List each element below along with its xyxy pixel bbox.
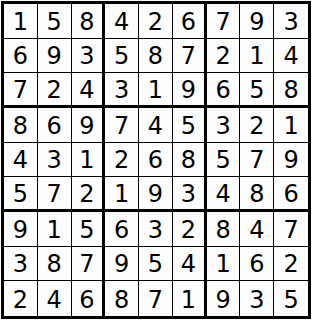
- sudoku-cell-r9c8[interactable]: 3: [240, 281, 274, 316]
- sudoku-cell-r9c1[interactable]: 2: [4, 281, 38, 316]
- cell-digit: 4: [13, 148, 28, 172]
- cell-digit: 8: [249, 182, 264, 206]
- cell-digit: 5: [148, 252, 163, 276]
- cell-digit: 7: [79, 252, 94, 276]
- cell-digit: 6: [181, 10, 196, 34]
- sudoku-cell-r4c5[interactable]: 4: [139, 108, 173, 143]
- sudoku-cell-r5c4[interactable]: 2: [105, 143, 139, 178]
- cell-digit: 3: [249, 288, 264, 312]
- cell-digit: 4: [181, 252, 196, 276]
- cell-digit: 1: [79, 148, 94, 172]
- cell-digit: 3: [114, 78, 129, 102]
- cell-digit: 1: [181, 288, 196, 312]
- sudoku-cell-r4c9[interactable]: 1: [274, 108, 308, 143]
- cell-digit: 4: [148, 114, 163, 138]
- cell-digit: 9: [148, 182, 163, 206]
- sudoku-cell-r6c5[interactable]: 9: [139, 177, 173, 212]
- cell-digit: 4: [215, 182, 230, 206]
- sudoku-cell-r8c3[interactable]: 7: [72, 247, 106, 282]
- cell-digit: 8: [283, 78, 298, 102]
- cell-digit: 7: [249, 148, 264, 172]
- cell-digit: 7: [13, 78, 28, 102]
- sudoku-cell-r2c8[interactable]: 1: [240, 39, 274, 74]
- sudoku-cell-r6c7[interactable]: 4: [207, 177, 241, 212]
- sudoku-page: 1584267936935872147243196588697453214312…: [0, 0, 312, 320]
- cell-digit: 5: [79, 218, 94, 242]
- sudoku-cell-r9c7[interactable]: 9: [207, 281, 241, 316]
- sudoku-cell-r6c3[interactable]: 2: [72, 177, 106, 212]
- cell-digit: 7: [215, 10, 230, 34]
- cell-digit: 8: [47, 252, 62, 276]
- cell-digit: 1: [148, 78, 163, 102]
- cell-digit: 3: [283, 10, 298, 34]
- cell-digit: 2: [215, 44, 230, 68]
- cell-digit: 6: [215, 78, 230, 102]
- sudoku-cell-r4c2[interactable]: 6: [38, 108, 72, 143]
- cell-digit: 6: [79, 288, 94, 312]
- cell-digit: 1: [283, 114, 298, 138]
- sudoku-cell-r2c9[interactable]: 4: [274, 39, 308, 74]
- sudoku-cell-r8c6[interactable]: 4: [173, 247, 207, 282]
- cell-digit: 2: [181, 218, 196, 242]
- cell-digit: 2: [13, 288, 28, 312]
- cell-digit: 6: [148, 148, 163, 172]
- cell-digit: 8: [148, 44, 163, 68]
- sudoku-cell-r8c7[interactable]: 1: [207, 247, 241, 282]
- cell-digit: 2: [114, 148, 129, 172]
- cell-digit: 4: [47, 288, 62, 312]
- sudoku-cell-r9c5[interactable]: 7: [139, 281, 173, 316]
- sudoku-cell-r1c9[interactable]: 3: [274, 4, 308, 39]
- sudoku-cell-r1c3[interactable]: 8: [72, 4, 106, 39]
- sudoku-cell-r4c3[interactable]: 9: [72, 108, 106, 143]
- sudoku-cell-r1c2[interactable]: 5: [38, 4, 72, 39]
- cell-digit: 5: [181, 114, 196, 138]
- cell-digit: 2: [47, 78, 62, 102]
- cell-digit: 5: [215, 148, 230, 172]
- sudoku-cell-r4c1[interactable]: 8: [4, 108, 38, 143]
- cell-digit: 2: [283, 252, 298, 276]
- sudoku-cell-r3c4[interactable]: 3: [105, 73, 139, 108]
- sudoku-cell-r3c5[interactable]: 1: [139, 73, 173, 108]
- cell-digit: 9: [181, 78, 196, 102]
- cell-digit: 7: [148, 288, 163, 312]
- sudoku-cell-r2c7[interactable]: 2: [207, 39, 241, 74]
- sudoku-cell-r6c4[interactable]: 1: [105, 177, 139, 212]
- sudoku-board: 1584267936935872147243196588697453214312…: [1, 1, 311, 319]
- sudoku-cell-r9c4[interactable]: 8: [105, 281, 139, 316]
- cell-digit: 9: [47, 44, 62, 68]
- cell-digit: 6: [114, 218, 129, 242]
- cell-digit: 8: [79, 10, 94, 34]
- sudoku-cell-r7c4[interactable]: 6: [105, 212, 139, 247]
- sudoku-cell-r8c5[interactable]: 5: [139, 247, 173, 282]
- cell-digit: 9: [79, 114, 94, 138]
- sudoku-cell-r2c1[interactable]: 6: [4, 39, 38, 74]
- sudoku-cell-r4c8[interactable]: 2: [240, 108, 274, 143]
- sudoku-cell-r9c3[interactable]: 6: [72, 281, 106, 316]
- sudoku-cell-r2c3[interactable]: 3: [72, 39, 106, 74]
- cell-digit: 9: [283, 148, 298, 172]
- cell-digit: 6: [13, 44, 28, 68]
- sudoku-cell-r5c1[interactable]: 4: [4, 143, 38, 178]
- sudoku-cell-r3c9[interactable]: 8: [274, 73, 308, 108]
- sudoku-cell-r2c2[interactable]: 9: [38, 39, 72, 74]
- sudoku-cell-r6c6[interactable]: 3: [173, 177, 207, 212]
- cell-digit: 3: [181, 182, 196, 206]
- cell-digit: 4: [283, 44, 298, 68]
- sudoku-cell-r7c3[interactable]: 5: [72, 212, 106, 247]
- cell-digit: 7: [181, 44, 196, 68]
- sudoku-cell-r3c7[interactable]: 6: [207, 73, 241, 108]
- cell-digit: 1: [215, 252, 230, 276]
- cell-digit: 7: [283, 218, 298, 242]
- cell-digit: 7: [114, 114, 129, 138]
- sudoku-cell-r7c2[interactable]: 1: [38, 212, 72, 247]
- sudoku-cell-r5c9[interactable]: 9: [274, 143, 308, 178]
- sudoku-cell-r6c1[interactable]: 5: [4, 177, 38, 212]
- cell-digit: 3: [148, 218, 163, 242]
- sudoku-cell-r5c8[interactable]: 7: [240, 143, 274, 178]
- sudoku-cell-r1c1[interactable]: 1: [4, 4, 38, 39]
- sudoku-cell-r9c6[interactable]: 1: [173, 281, 207, 316]
- cell-digit: 3: [79, 44, 94, 68]
- cell-digit: 7: [47, 182, 62, 206]
- sudoku-cell-r2c5[interactable]: 8: [139, 39, 173, 74]
- cell-digit: 5: [114, 44, 129, 68]
- sudoku-cell-r5c6[interactable]: 8: [173, 143, 207, 178]
- cell-digit: 1: [47, 218, 62, 242]
- sudoku-cell-r1c8[interactable]: 9: [240, 4, 274, 39]
- sudoku-cell-r7c7[interactable]: 8: [207, 212, 241, 247]
- cell-digit: 8: [181, 148, 196, 172]
- cell-digit: 3: [47, 148, 62, 172]
- cell-digit: 4: [79, 78, 94, 102]
- sudoku-cell-r8c8[interactable]: 6: [240, 247, 274, 282]
- sudoku-cell-r6c8[interactable]: 8: [240, 177, 274, 212]
- cell-digit: 1: [249, 44, 264, 68]
- sudoku-cell-r2c6[interactable]: 7: [173, 39, 207, 74]
- sudoku-cell-r5c7[interactable]: 5: [207, 143, 241, 178]
- sudoku-cell-r1c4[interactable]: 4: [105, 4, 139, 39]
- cell-digit: 8: [215, 218, 230, 242]
- sudoku-cell-r1c5[interactable]: 2: [139, 4, 173, 39]
- sudoku-cell-r1c7[interactable]: 7: [207, 4, 241, 39]
- cell-digit: 5: [13, 182, 28, 206]
- sudoku-cell-r8c1[interactable]: 3: [4, 247, 38, 282]
- cell-digit: 6: [47, 114, 62, 138]
- cell-digit: 9: [215, 288, 230, 312]
- cell-digit: 6: [283, 182, 298, 206]
- sudoku-cell-r3c8[interactable]: 5: [240, 73, 274, 108]
- sudoku-cell-r7c9[interactable]: 7: [274, 212, 308, 247]
- sudoku-cell-r9c9[interactable]: 5: [274, 281, 308, 316]
- cell-digit: 6: [249, 252, 264, 276]
- cell-digit: 5: [249, 78, 264, 102]
- cell-digit: 1: [114, 182, 129, 206]
- sudoku-cell-r8c9[interactable]: 2: [274, 247, 308, 282]
- cell-digit: 4: [249, 218, 264, 242]
- cell-digit: 2: [249, 114, 264, 138]
- sudoku-cell-r4c4[interactable]: 7: [105, 108, 139, 143]
- cell-digit: 9: [114, 252, 129, 276]
- sudoku-cell-r3c1[interactable]: 7: [4, 73, 38, 108]
- sudoku-cell-r6c2[interactable]: 7: [38, 177, 72, 212]
- sudoku-cell-r7c5[interactable]: 3: [139, 212, 173, 247]
- sudoku-cell-r4c7[interactable]: 3: [207, 108, 241, 143]
- sudoku-cell-r7c1[interactable]: 9: [4, 212, 38, 247]
- sudoku-cell-r5c3[interactable]: 1: [72, 143, 106, 178]
- sudoku-cell-r9c2[interactable]: 4: [38, 281, 72, 316]
- cell-digit: 5: [47, 10, 62, 34]
- sudoku-cell-r8c4[interactable]: 9: [105, 247, 139, 282]
- sudoku-cell-r3c6[interactable]: 9: [173, 73, 207, 108]
- sudoku-cell-r2c4[interactable]: 5: [105, 39, 139, 74]
- sudoku-cell-r1c6[interactable]: 6: [173, 4, 207, 39]
- sudoku-cell-r6c9[interactable]: 6: [274, 177, 308, 212]
- cell-digit: 3: [13, 252, 28, 276]
- sudoku-cell-r5c2[interactable]: 3: [38, 143, 72, 178]
- cell-digit: 2: [79, 182, 94, 206]
- sudoku-cell-r8c2[interactable]: 8: [38, 247, 72, 282]
- cell-digit: 8: [114, 288, 129, 312]
- sudoku-cell-r7c6[interactable]: 2: [173, 212, 207, 247]
- cell-digit: 3: [215, 114, 230, 138]
- sudoku-cell-r3c3[interactable]: 4: [72, 73, 106, 108]
- sudoku-cell-r7c8[interactable]: 4: [240, 212, 274, 247]
- sudoku-cell-r3c2[interactable]: 2: [38, 73, 72, 108]
- cell-digit: 4: [114, 10, 129, 34]
- cell-digit: 8: [13, 114, 28, 138]
- cell-digit: 1: [13, 10, 28, 34]
- cell-digit: 9: [13, 218, 28, 242]
- sudoku-cell-r4c6[interactable]: 5: [173, 108, 207, 143]
- cell-digit: 2: [148, 10, 163, 34]
- sudoku-cell-r5c5[interactable]: 6: [139, 143, 173, 178]
- cell-digit: 9: [249, 10, 264, 34]
- cell-digit: 5: [283, 288, 298, 312]
